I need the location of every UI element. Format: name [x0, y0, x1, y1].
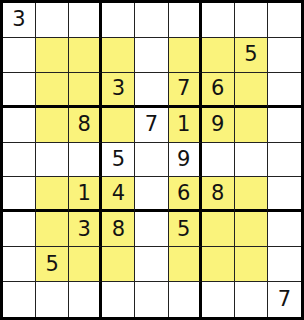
given-digit: 8	[211, 183, 224, 204]
cell-r4c2[interactable]	[36, 108, 69, 143]
cell-r1c5[interactable]	[135, 3, 168, 38]
cell-r8c4[interactable]	[102, 247, 135, 282]
given-digit: 5	[45, 254, 58, 275]
cell-r6c4[interactable]: 4	[102, 177, 135, 212]
cell-r2c1[interactable]	[3, 38, 36, 73]
cell-r5c1[interactable]	[3, 143, 36, 178]
given-digit: 3	[12, 9, 25, 30]
cell-r8c1[interactable]	[3, 247, 36, 282]
cell-r1c9[interactable]	[268, 3, 301, 38]
cell-r6c5[interactable]	[135, 177, 168, 212]
cell-r6c2[interactable]	[36, 177, 69, 212]
cell-r2c7[interactable]	[202, 38, 235, 73]
cell-r2c6[interactable]	[169, 38, 202, 73]
cell-r3c3[interactable]	[69, 73, 102, 108]
cell-r4c9[interactable]	[268, 108, 301, 143]
cell-r8c2[interactable]: 5	[36, 247, 69, 282]
cell-r7c6[interactable]: 5	[169, 212, 202, 247]
cell-r3c7[interactable]: 6	[202, 73, 235, 108]
given-digit: 3	[78, 219, 91, 240]
cell-r5c9[interactable]	[268, 143, 301, 178]
cell-r7c3[interactable]: 3	[69, 212, 102, 247]
cell-r2c8[interactable]: 5	[235, 38, 268, 73]
cell-r6c9[interactable]	[268, 177, 301, 212]
given-digit: 7	[177, 78, 190, 99]
given-digit: 4	[112, 183, 125, 204]
cell-r5c8[interactable]	[235, 143, 268, 178]
cell-r9c1[interactable]	[3, 282, 36, 317]
given-digit: 8	[112, 219, 125, 240]
cell-r6c6[interactable]: 6	[169, 177, 202, 212]
cell-r9c9[interactable]: 7	[268, 282, 301, 317]
cell-r8c6[interactable]	[169, 247, 202, 282]
cell-r5c7[interactable]	[202, 143, 235, 178]
cell-r8c8[interactable]	[235, 247, 268, 282]
cell-r2c5[interactable]	[135, 38, 168, 73]
cell-r6c7[interactable]: 8	[202, 177, 235, 212]
given-digit: 5	[112, 149, 125, 170]
given-digit: 6	[177, 183, 190, 204]
cell-r6c8[interactable]	[235, 177, 268, 212]
given-digit: 7	[278, 289, 291, 310]
cell-r9c7[interactable]	[202, 282, 235, 317]
cell-r8c5[interactable]	[135, 247, 168, 282]
cell-r4c7[interactable]: 9	[202, 108, 235, 143]
cell-r1c7[interactable]	[202, 3, 235, 38]
cell-r2c2[interactable]	[36, 38, 69, 73]
cell-r4c8[interactable]	[235, 108, 268, 143]
given-digit: 3	[112, 78, 125, 99]
cell-r2c3[interactable]	[69, 38, 102, 73]
cell-r7c4[interactable]: 8	[102, 212, 135, 247]
cell-r6c1[interactable]	[3, 177, 36, 212]
cell-r1c4[interactable]	[102, 3, 135, 38]
cell-r7c1[interactable]	[3, 212, 36, 247]
cell-r9c3[interactable]	[69, 282, 102, 317]
cell-r4c3[interactable]: 8	[69, 108, 102, 143]
cell-r5c2[interactable]	[36, 143, 69, 178]
cell-r2c4[interactable]	[102, 38, 135, 73]
cell-r7c9[interactable]	[268, 212, 301, 247]
cell-r7c7[interactable]	[202, 212, 235, 247]
cell-r3c4[interactable]: 3	[102, 73, 135, 108]
cell-r3c5[interactable]	[135, 73, 168, 108]
cell-r9c5[interactable]	[135, 282, 168, 317]
cell-r7c8[interactable]	[235, 212, 268, 247]
cell-r1c2[interactable]	[36, 3, 69, 38]
given-digit: 7	[145, 114, 158, 135]
cell-r8c9[interactable]	[268, 247, 301, 282]
cell-r6c3[interactable]: 1	[69, 177, 102, 212]
cell-r7c5[interactable]	[135, 212, 168, 247]
cell-r1c1[interactable]: 3	[3, 3, 36, 38]
given-digit: 1	[177, 114, 190, 135]
given-digit: 5	[244, 44, 257, 65]
cell-r3c1[interactable]	[3, 73, 36, 108]
cell-r2c9[interactable]	[268, 38, 301, 73]
cell-r7c2[interactable]	[36, 212, 69, 247]
sudoku-board: 35376871959146838557	[0, 0, 304, 320]
cell-r9c2[interactable]	[36, 282, 69, 317]
cell-r8c3[interactable]	[69, 247, 102, 282]
cell-r9c8[interactable]	[235, 282, 268, 317]
given-digit: 5	[177, 219, 190, 240]
cell-r9c6[interactable]	[169, 282, 202, 317]
cell-r3c9[interactable]	[268, 73, 301, 108]
cell-r9c4[interactable]	[102, 282, 135, 317]
cell-r3c6[interactable]: 7	[169, 73, 202, 108]
cell-r1c8[interactable]	[235, 3, 268, 38]
given-digit: 8	[78, 114, 91, 135]
cell-r4c1[interactable]	[3, 108, 36, 143]
cell-r1c6[interactable]	[169, 3, 202, 38]
cell-r5c3[interactable]	[69, 143, 102, 178]
cell-r5c6[interactable]: 9	[169, 143, 202, 178]
cell-r4c4[interactable]	[102, 108, 135, 143]
cell-r4c6[interactable]: 1	[169, 108, 202, 143]
cell-r1c3[interactable]	[69, 3, 102, 38]
cell-r3c8[interactable]	[235, 73, 268, 108]
cell-r3c2[interactable]	[36, 73, 69, 108]
given-digit: 9	[211, 114, 224, 135]
given-digit: 6	[211, 78, 224, 99]
cell-r8c7[interactable]	[202, 247, 235, 282]
cell-r5c4[interactable]: 5	[102, 143, 135, 178]
cell-r4c5[interactable]: 7	[135, 108, 168, 143]
given-digit: 1	[78, 183, 91, 204]
given-digit: 9	[177, 149, 190, 170]
cell-r5c5[interactable]	[135, 143, 168, 178]
